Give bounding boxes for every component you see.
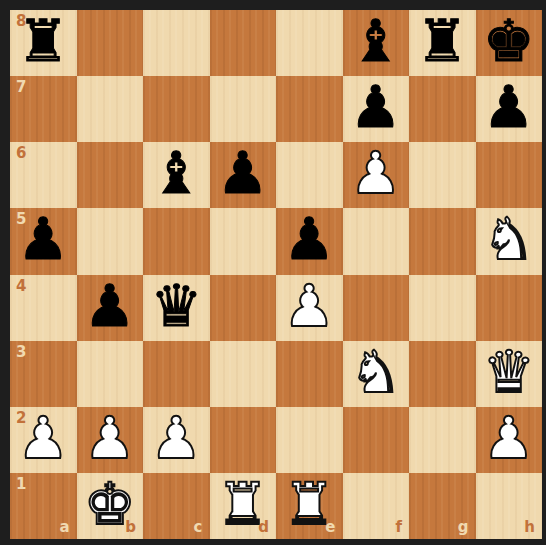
square-f5[interactable] xyxy=(343,208,410,274)
square-c6[interactable]: ♝ xyxy=(143,142,210,208)
file-label-h: h xyxy=(524,520,535,535)
square-c7[interactable] xyxy=(143,76,210,142)
square-g4[interactable] xyxy=(409,275,476,341)
square-h2[interactable]: ♟ xyxy=(476,407,543,473)
square-c4[interactable]: ♛ xyxy=(143,275,210,341)
square-c1[interactable]: c xyxy=(143,473,210,539)
file-label-c: c xyxy=(194,520,203,535)
square-a8[interactable]: 8♜ xyxy=(10,10,77,76)
square-a6[interactable]: 6 xyxy=(10,142,77,208)
square-c2[interactable]: ♟ xyxy=(143,407,210,473)
square-f3[interactable]: ♞ xyxy=(343,341,410,407)
file-label-g: g xyxy=(458,520,469,535)
square-c5[interactable] xyxy=(143,208,210,274)
square-f2[interactable] xyxy=(343,407,410,473)
piece-white-queen-h3[interactable]: ♛ xyxy=(483,343,535,401)
square-g5[interactable] xyxy=(409,208,476,274)
square-g8[interactable]: ♜ xyxy=(409,10,476,76)
square-d2[interactable] xyxy=(210,407,277,473)
piece-white-pawn-h2[interactable]: ♟ xyxy=(483,409,535,467)
piece-white-rook-e1[interactable]: ♜ xyxy=(283,475,335,533)
piece-black-bishop-c6[interactable]: ♝ xyxy=(150,144,202,202)
square-a4[interactable]: 4 xyxy=(10,275,77,341)
file-label-a: a xyxy=(59,520,69,535)
square-e2[interactable] xyxy=(276,407,343,473)
piece-black-queen-c4[interactable]: ♛ xyxy=(150,277,202,335)
square-b3[interactable] xyxy=(77,341,144,407)
square-h5[interactable]: ♞ xyxy=(476,208,543,274)
square-h7[interactable]: ♟ xyxy=(476,76,543,142)
piece-black-pawn-a5[interactable]: ♟ xyxy=(17,210,69,268)
piece-black-king-h8[interactable]: ♚ xyxy=(483,12,535,70)
piece-black-bishop-f8[interactable]: ♝ xyxy=(350,12,402,70)
piece-white-knight-h5[interactable]: ♞ xyxy=(483,210,535,268)
piece-white-pawn-f6[interactable]: ♟ xyxy=(350,144,402,202)
piece-white-rook-d1[interactable]: ♜ xyxy=(217,475,269,533)
square-e7[interactable] xyxy=(276,76,343,142)
piece-white-pawn-e4[interactable]: ♟ xyxy=(283,277,335,335)
piece-white-knight-f3[interactable]: ♞ xyxy=(350,343,402,401)
square-a1[interactable]: 1a xyxy=(10,473,77,539)
square-b6[interactable] xyxy=(77,142,144,208)
square-f7[interactable]: ♟ xyxy=(343,76,410,142)
square-b8[interactable] xyxy=(77,10,144,76)
square-g3[interactable] xyxy=(409,341,476,407)
square-g7[interactable] xyxy=(409,76,476,142)
square-b4[interactable]: ♟ xyxy=(77,275,144,341)
rank-label-4: 4 xyxy=(16,279,26,294)
square-b5[interactable] xyxy=(77,208,144,274)
square-a2[interactable]: 2♟ xyxy=(10,407,77,473)
square-d6[interactable]: ♟ xyxy=(210,142,277,208)
square-b1[interactable]: b♚ xyxy=(77,473,144,539)
square-c3[interactable] xyxy=(143,341,210,407)
square-f1[interactable]: f xyxy=(343,473,410,539)
piece-black-pawn-h7[interactable]: ♟ xyxy=(483,78,535,136)
chess-app-frame: 8♜♝♜♚7♟♟6♝♟♟5♟♟♞4♟♛♟3♞♛2♟♟♟♟1ab♚cd♜e♜fgh xyxy=(0,0,546,545)
square-c8[interactable] xyxy=(143,10,210,76)
piece-black-rook-g8[interactable]: ♜ xyxy=(416,12,468,70)
square-e4[interactable]: ♟ xyxy=(276,275,343,341)
square-a5[interactable]: 5♟ xyxy=(10,208,77,274)
square-d7[interactable] xyxy=(210,76,277,142)
square-e8[interactable] xyxy=(276,10,343,76)
rank-label-7: 7 xyxy=(16,80,26,95)
square-h1[interactable]: h xyxy=(476,473,543,539)
square-h3[interactable]: ♛ xyxy=(476,341,543,407)
square-d3[interactable] xyxy=(210,341,277,407)
square-g6[interactable] xyxy=(409,142,476,208)
rank-label-3: 3 xyxy=(16,345,26,360)
square-d1[interactable]: d♜ xyxy=(210,473,277,539)
square-e3[interactable] xyxy=(276,341,343,407)
square-d8[interactable] xyxy=(210,10,277,76)
square-b7[interactable] xyxy=(77,76,144,142)
piece-black-rook-a8[interactable]: ♜ xyxy=(17,12,69,70)
square-f4[interactable] xyxy=(343,275,410,341)
piece-black-pawn-f7[interactable]: ♟ xyxy=(350,78,402,136)
file-label-f: f xyxy=(395,520,402,535)
square-f8[interactable]: ♝ xyxy=(343,10,410,76)
square-d5[interactable] xyxy=(210,208,277,274)
square-e1[interactable]: e♜ xyxy=(276,473,343,539)
piece-black-pawn-b4[interactable]: ♟ xyxy=(84,277,136,335)
square-e5[interactable]: ♟ xyxy=(276,208,343,274)
piece-black-pawn-e5[interactable]: ♟ xyxy=(283,210,335,268)
square-a7[interactable]: 7 xyxy=(10,76,77,142)
square-h4[interactable] xyxy=(476,275,543,341)
square-b2[interactable]: ♟ xyxy=(77,407,144,473)
square-g1[interactable]: g xyxy=(409,473,476,539)
square-a3[interactable]: 3 xyxy=(10,341,77,407)
piece-white-pawn-b2[interactable]: ♟ xyxy=(84,409,136,467)
rank-label-1: 1 xyxy=(16,477,26,492)
square-h6[interactable] xyxy=(476,142,543,208)
chess-board: 8♜♝♜♚7♟♟6♝♟♟5♟♟♞4♟♛♟3♞♛2♟♟♟♟1ab♚cd♜e♜fgh xyxy=(10,10,542,539)
rank-label-6: 6 xyxy=(16,146,26,161)
square-h8[interactable]: ♚ xyxy=(476,10,543,76)
piece-white-king-b1[interactable]: ♚ xyxy=(84,475,136,533)
piece-white-pawn-c2[interactable]: ♟ xyxy=(150,409,202,467)
piece-black-pawn-d6[interactable]: ♟ xyxy=(217,144,269,202)
square-g2[interactable] xyxy=(409,407,476,473)
square-d4[interactable] xyxy=(210,275,277,341)
piece-white-pawn-a2[interactable]: ♟ xyxy=(17,409,69,467)
square-f6[interactable]: ♟ xyxy=(343,142,410,208)
square-e6[interactable] xyxy=(276,142,343,208)
